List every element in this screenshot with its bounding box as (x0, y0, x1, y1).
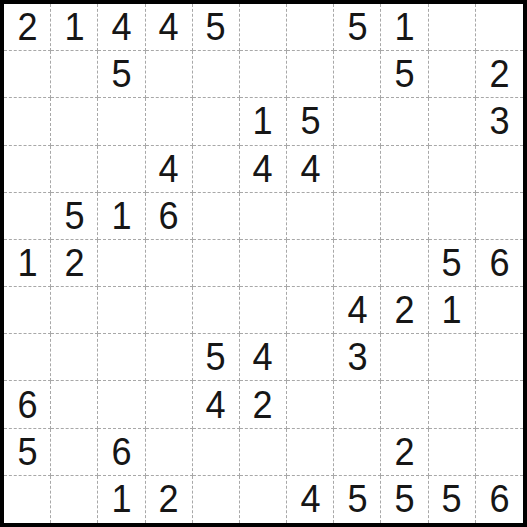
grid-cell: 1 (381, 4, 428, 51)
grid-cell[interactable] (98, 240, 145, 287)
given-clue-digit: 5 (206, 8, 226, 46)
given-clue-digit: 5 (347, 480, 367, 518)
grid-cell: 5 (193, 334, 240, 381)
grid-cell[interactable] (429, 146, 476, 193)
fillomino-board: 2144551552153444516125642154364256212455… (0, 0, 527, 527)
grid-cell[interactable] (476, 146, 523, 193)
grid-cell[interactable] (4, 193, 51, 240)
grid-cell[interactable] (98, 287, 145, 334)
grid-cell: 4 (240, 334, 287, 381)
given-clue-digit: 5 (347, 8, 367, 46)
grid-cell[interactable] (51, 476, 98, 523)
grid-cell[interactable] (476, 334, 523, 381)
given-clue-digit: 6 (159, 197, 179, 235)
grid-cell[interactable] (334, 193, 381, 240)
grid-cell[interactable] (240, 240, 287, 287)
grid-cell[interactable] (240, 51, 287, 98)
grid-cell: 1 (51, 4, 98, 51)
grid-cell[interactable] (476, 287, 523, 334)
given-clue-digit: 1 (394, 8, 414, 46)
given-clue-digit: 5 (300, 102, 320, 140)
grid-cell: 5 (4, 429, 51, 476)
grid-cell: 4 (146, 146, 193, 193)
grid-cell[interactable] (429, 381, 476, 428)
grid-cell[interactable] (4, 98, 51, 145)
given-clue-digit: 5 (206, 338, 226, 376)
grid-cell[interactable] (476, 381, 523, 428)
grid-cell: 4 (334, 287, 381, 334)
given-clue-digit: 3 (489, 102, 509, 140)
grid-cell[interactable] (51, 381, 98, 428)
grid-cell: 1 (4, 240, 51, 287)
given-clue-digit: 2 (394, 291, 414, 329)
grid-cell: 1 (98, 476, 145, 523)
grid-cell: 6 (476, 476, 523, 523)
given-clue-digit: 1 (111, 480, 131, 518)
grid-cell[interactable] (193, 476, 240, 523)
grid-cell[interactable] (429, 98, 476, 145)
grid-cell[interactable] (146, 51, 193, 98)
grid-cell: 4 (240, 146, 287, 193)
grid-cell[interactable] (98, 381, 145, 428)
given-clue-digit: 6 (17, 386, 37, 424)
grid-cell: 5 (98, 51, 145, 98)
grid-cell[interactable] (287, 334, 334, 381)
given-clue-digit: 4 (111, 8, 131, 46)
grid-cell[interactable] (4, 476, 51, 523)
grid-cell: 5 (381, 476, 428, 523)
given-clue-digit: 5 (442, 244, 462, 282)
given-clue-digit: 2 (17, 8, 37, 46)
grid-cell[interactable] (4, 146, 51, 193)
grid-cell: 2 (146, 476, 193, 523)
grid-cell[interactable] (51, 51, 98, 98)
grid-cell[interactable] (429, 51, 476, 98)
grid-cell[interactable] (240, 287, 287, 334)
grid-cell[interactable] (4, 287, 51, 334)
grid-cell[interactable] (51, 98, 98, 145)
grid-cell[interactable] (476, 429, 523, 476)
grid-cell[interactable] (240, 193, 287, 240)
given-clue-digit: 4 (300, 480, 320, 518)
grid-cell[interactable] (4, 51, 51, 98)
grid-cell[interactable] (146, 240, 193, 287)
grid-cell: 5 (429, 476, 476, 523)
grid-cell: 1 (98, 193, 145, 240)
given-clue-digit: 1 (442, 291, 462, 329)
grid-cell[interactable] (381, 240, 428, 287)
grid-cell: 4 (98, 4, 145, 51)
grid-cell[interactable] (429, 429, 476, 476)
grid-cell[interactable] (193, 429, 240, 476)
given-clue-digit: 2 (253, 386, 273, 424)
grid-cell[interactable] (287, 51, 334, 98)
given-clue-digit: 6 (489, 244, 509, 282)
given-clue-digit: 6 (489, 480, 509, 518)
given-clue-digit: 1 (111, 197, 131, 235)
grid-cell[interactable] (287, 381, 334, 428)
grid-cell[interactable] (381, 193, 428, 240)
grid-cell: 5 (193, 4, 240, 51)
given-clue-digit: 2 (64, 244, 84, 282)
grid-cell[interactable] (193, 98, 240, 145)
grid-cell: 2 (240, 381, 287, 428)
grid-cell: 2 (476, 51, 523, 98)
given-clue-digit: 3 (347, 338, 367, 376)
grid-cell: 5 (381, 51, 428, 98)
grid-cell[interactable] (476, 4, 523, 51)
grid-cell[interactable] (51, 287, 98, 334)
grid-cell[interactable] (381, 334, 428, 381)
puzzle-page: 2144551552153444516125642154364256212455… (0, 0, 527, 527)
given-clue-digit: 2 (159, 480, 179, 518)
grid-cell[interactable] (51, 429, 98, 476)
given-clue-digit: 1 (17, 244, 37, 282)
grid-cell[interactable] (146, 98, 193, 145)
grid-cell[interactable] (193, 51, 240, 98)
grid-cell: 6 (146, 193, 193, 240)
given-clue-digit: 2 (394, 433, 414, 471)
grid-cell[interactable] (476, 193, 523, 240)
grid-cell: 5 (429, 240, 476, 287)
grid-cell[interactable] (146, 334, 193, 381)
grid-cell[interactable] (381, 98, 428, 145)
given-clue-digit: 4 (253, 338, 273, 376)
grid-cell[interactable] (98, 146, 145, 193)
grid-cell[interactable] (51, 334, 98, 381)
grid-cell[interactable] (287, 287, 334, 334)
given-clue-digit: 5 (111, 55, 131, 93)
grid-cell: 3 (476, 98, 523, 145)
grid-cell: 4 (193, 381, 240, 428)
given-clue-digit: 5 (17, 433, 37, 471)
grid-cell: 6 (98, 429, 145, 476)
grid-cell[interactable] (334, 381, 381, 428)
grid-cell: 2 (381, 429, 428, 476)
grid-cell: 4 (146, 4, 193, 51)
given-clue-digit: 1 (253, 102, 273, 140)
grid-cell[interactable] (334, 98, 381, 145)
given-clue-digit: 4 (253, 150, 273, 188)
grid-cell[interactable] (240, 476, 287, 523)
grid-cell[interactable] (146, 287, 193, 334)
given-clue-digit: 5 (394, 480, 414, 518)
given-clue-digit: 5 (394, 55, 414, 93)
grid-cell: 1 (240, 98, 287, 145)
grid-cell[interactable] (429, 4, 476, 51)
grid-cell[interactable] (334, 51, 381, 98)
grid-cell[interactable] (381, 381, 428, 428)
grid-cell: 3 (334, 334, 381, 381)
grid-cell[interactable] (193, 146, 240, 193)
grid-cell: 5 (334, 4, 381, 51)
grid-cell[interactable] (146, 381, 193, 428)
grid-cell[interactable] (381, 146, 428, 193)
given-clue-digit: 5 (442, 480, 462, 518)
grid-cell[interactable] (193, 240, 240, 287)
given-clue-digit: 5 (64, 197, 84, 235)
grid-cell[interactable] (287, 240, 334, 287)
grid-cell: 4 (287, 146, 334, 193)
grid-cell[interactable] (193, 193, 240, 240)
grid-cell[interactable] (334, 429, 381, 476)
given-clue-digit: 4 (159, 150, 179, 188)
grid-cell[interactable] (429, 334, 476, 381)
grid-cell: 2 (4, 4, 51, 51)
given-clue-digit: 2 (489, 55, 509, 93)
grid-cell: 5 (287, 98, 334, 145)
given-clue-digit: 4 (347, 291, 367, 329)
grid-cell[interactable] (240, 4, 287, 51)
grid-cell[interactable] (240, 429, 287, 476)
grid-cell: 2 (381, 287, 428, 334)
grid-cell: 2 (51, 240, 98, 287)
grid-cell[interactable] (287, 193, 334, 240)
grid-cell[interactable] (98, 334, 145, 381)
grid-cell[interactable] (146, 429, 193, 476)
given-clue-digit: 4 (159, 8, 179, 46)
grid-cell[interactable] (98, 98, 145, 145)
given-clue-digit: 6 (111, 433, 131, 471)
grid-cell: 6 (476, 240, 523, 287)
grid-cell[interactable] (4, 334, 51, 381)
grid-cell: 1 (429, 287, 476, 334)
grid-cell[interactable] (51, 146, 98, 193)
given-clue-digit: 1 (64, 8, 84, 46)
given-clue-digit: 4 (300, 150, 320, 188)
grid-cell[interactable] (287, 429, 334, 476)
grid-cell: 6 (4, 381, 51, 428)
grid-cell[interactable] (193, 287, 240, 334)
grid-cell[interactable] (334, 146, 381, 193)
grid-cell[interactable] (429, 193, 476, 240)
given-clue-digit: 4 (206, 386, 226, 424)
grid-cell: 5 (51, 193, 98, 240)
grid-cell: 4 (287, 476, 334, 523)
grid-cell[interactable] (287, 4, 334, 51)
grid-cell[interactable] (334, 240, 381, 287)
grid-cell: 5 (334, 476, 381, 523)
